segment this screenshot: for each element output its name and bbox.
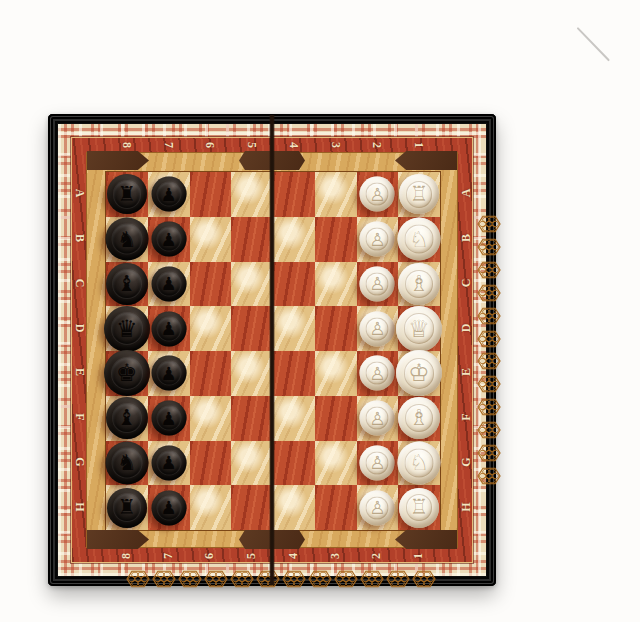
piece-white-rook-h1[interactable]: ♖ [399,488,439,528]
file-label-left-G: G [71,457,86,466]
rank-label-top-1: 1 [411,142,426,148]
piece-white-pawn-d2[interactable]: ♙ [360,311,395,346]
hexagon-rosette-icon [125,570,151,588]
square-h3[interactable] [315,485,357,530]
white-bishop-glyph-icon: ♗ [409,407,429,429]
hexagon-rosette-icon [307,570,333,588]
black-bishop-glyph-icon: ♝ [117,273,137,295]
piece-white-bishop-c1[interactable]: ♗ [398,263,440,305]
piece-black-pawn-h7[interactable]: ♟ [151,490,186,525]
square-a5[interactable] [231,172,273,217]
square-g5[interactable] [231,441,273,486]
piece-white-rook-a1[interactable]: ♖ [399,174,439,214]
rank-label-top-8: 8 [118,142,133,148]
hexagon-rosette-icon [476,215,502,233]
piece-black-pawn-a7[interactable]: ♟ [151,177,186,212]
square-h4[interactable] [273,485,315,530]
piece-black-knight-g8[interactable]: ♞ [105,441,148,484]
hexagon-rosette-icon [476,284,502,302]
piece-white-queen-d1[interactable]: ♕ [396,306,442,352]
piece-black-king-e8[interactable]: ♚ [104,350,150,396]
piece-black-bishop-c8[interactable]: ♝ [106,263,148,305]
white-pawn-glyph-icon: ♙ [369,499,385,517]
rank-label-bottom-3: 3 [327,553,342,559]
white-pawn-glyph-icon: ♙ [369,454,385,472]
piece-white-pawn-g2[interactable]: ♙ [360,445,395,480]
square-e6[interactable] [190,351,232,396]
piece-black-knight-b8[interactable]: ♞ [105,218,148,261]
hexagon-rosette-icon [151,570,177,588]
rank-label-bottom-5: 5 [244,553,259,559]
piece-black-pawn-d7[interactable]: ♟ [151,311,186,346]
white-pawn-glyph-icon: ♙ [369,230,385,248]
square-h6[interactable] [190,485,232,530]
rank-label-bottom-6: 6 [202,553,217,559]
corner-banner-ornament [87,530,149,549]
photo-background: ♜♞♝♛♚♝♞♜♟♟♟♟♟♟♟♟♙♙♙♙♙♙♙♙♖♘♗♕♔♗♘♖ 8765432… [0,0,640,622]
corner-banner-ornament [395,530,457,549]
file-label-left-C: C [71,279,86,288]
file-label-left-F: F [71,413,86,420]
piece-white-pawn-c2[interactable]: ♙ [360,266,395,301]
piece-white-knight-g1[interactable]: ♘ [398,441,441,484]
hexagon-rosette-icon [476,421,502,439]
hexagon-rosette-icon [476,238,502,256]
rank-label-top-2: 2 [369,142,384,148]
white-pawn-glyph-icon: ♙ [369,275,385,293]
chess-board: ♜♞♝♛♚♝♞♜♟♟♟♟♟♟♟♟♙♙♙♙♙♙♙♙♖♘♗♕♔♗♘♖ 8765432… [48,114,496,586]
square-f5[interactable] [231,396,273,441]
rank-label-top-5: 5 [244,142,259,148]
square-c4[interactable] [273,262,315,307]
piece-white-bishop-f1[interactable]: ♗ [398,397,440,439]
piece-black-rook-a8[interactable]: ♜ [107,174,147,214]
piece-white-pawn-h2[interactable]: ♙ [360,490,395,525]
black-rook-glyph-icon: ♜ [117,184,136,205]
square-b5[interactable] [231,217,273,262]
hexagon-rosette-icon [359,570,385,588]
file-label-right-G: G [458,457,473,466]
hexagon-rosette-icon [476,330,502,348]
file-label-left-H: H [71,502,86,511]
black-pawn-glyph-icon: ♟ [161,454,177,472]
square-b3[interactable] [315,217,357,262]
square-h5[interactable] [231,485,273,530]
white-knight-glyph-icon: ♘ [409,228,429,250]
board-fold-hinge [269,115,275,585]
piece-white-pawn-f2[interactable]: ♙ [360,401,395,436]
piece-black-pawn-g7[interactable]: ♟ [151,445,186,480]
rank-label-bottom-8: 8 [118,553,133,559]
piece-black-rook-h8[interactable]: ♜ [107,488,147,528]
piece-white-knight-b1[interactable]: ♘ [398,218,441,261]
square-f3[interactable] [315,396,357,441]
piece-black-queen-d8[interactable]: ♛ [104,306,150,352]
hexagon-rosette-icon [476,467,502,485]
piece-black-pawn-f7[interactable]: ♟ [151,401,186,436]
square-e3[interactable] [315,351,357,396]
square-a4[interactable] [273,172,315,217]
black-pawn-glyph-icon: ♟ [161,275,177,293]
white-rook-glyph-icon: ♖ [410,184,429,205]
square-c5[interactable] [231,262,273,307]
square-b6[interactable] [190,217,232,262]
white-pawn-glyph-icon: ♙ [369,320,385,338]
hexagon-rosette-icon [177,570,203,588]
black-pawn-glyph-icon: ♟ [161,364,177,382]
square-a3[interactable] [315,172,357,217]
square-c3[interactable] [315,262,357,307]
square-d3[interactable] [315,306,357,351]
hexagon-rosette-icon [281,570,307,588]
hexagon-rosette-icon [476,398,502,416]
rank-label-bottom-1: 1 [411,553,426,559]
piece-white-pawn-b2[interactable]: ♙ [360,222,395,257]
black-queen-glyph-icon: ♛ [116,317,138,341]
file-label-right-A: A [458,189,473,198]
hexagon-rosette-icon [476,444,502,462]
white-pawn-glyph-icon: ♙ [369,185,385,203]
white-bishop-glyph-icon: ♗ [409,273,429,295]
hexagon-rosette-icon [203,570,229,588]
square-e5[interactable] [231,351,273,396]
square-f4[interactable] [273,396,315,441]
rank-label-top-6: 6 [202,142,217,148]
file-label-left-D: D [71,323,86,332]
hexagon-rosette-icon [385,570,411,588]
black-pawn-glyph-icon: ♟ [161,320,177,338]
hexagon-rosette-icon [476,352,502,370]
background-scratch-artifact [577,27,610,61]
square-a6[interactable] [190,172,232,217]
piece-white-pawn-e2[interactable]: ♙ [360,356,395,391]
file-label-right-H: H [458,502,473,511]
rank-label-top-7: 7 [160,142,175,148]
white-king-glyph-icon: ♔ [408,361,430,385]
file-label-right-E: E [458,368,473,376]
white-queen-glyph-icon: ♕ [408,317,430,341]
piece-black-pawn-c7[interactable]: ♟ [151,266,186,301]
rank-label-bottom-2: 2 [369,553,384,559]
square-g4[interactable] [273,441,315,486]
black-pawn-glyph-icon: ♟ [161,185,177,203]
black-king-glyph-icon: ♚ [116,361,138,385]
square-g6[interactable] [190,441,232,486]
hexagon-rosette-icon [476,375,502,393]
rank-label-top-3: 3 [327,142,342,148]
square-f6[interactable] [190,396,232,441]
square-e4[interactable] [273,351,315,396]
piece-black-bishop-f8[interactable]: ♝ [106,397,148,439]
square-d4[interactable] [273,306,315,351]
square-b4[interactable] [273,217,315,262]
file-label-right-B: B [458,234,473,242]
white-pawn-glyph-icon: ♙ [369,409,385,427]
hexagon-rosette-icon [229,570,255,588]
file-label-right-D: D [458,323,473,332]
black-pawn-glyph-icon: ♟ [161,499,177,517]
piece-black-pawn-e7[interactable]: ♟ [151,356,186,391]
piece-black-pawn-b7[interactable]: ♟ [151,222,186,257]
rank-label-top-4: 4 [285,142,300,148]
file-label-left-B: B [71,234,86,242]
file-label-right-F: F [458,413,473,420]
black-bishop-glyph-icon: ♝ [117,407,137,429]
rank-label-bottom-4: 4 [285,553,300,559]
black-knight-glyph-icon: ♞ [117,228,137,250]
hexagon-rosette-icon [476,261,502,279]
square-d6[interactable] [190,306,232,351]
black-pawn-glyph-icon: ♟ [161,230,177,248]
hexagon-rosette-icon [333,570,359,588]
hexagon-rosette-icon [255,570,281,588]
white-knight-glyph-icon: ♘ [409,452,429,474]
rank-label-bottom-7: 7 [160,553,175,559]
hexagon-rosette-icon [411,570,437,588]
file-label-left-E: E [71,368,86,376]
hexagon-row-right [479,210,498,490]
square-d5[interactable] [231,306,273,351]
black-knight-glyph-icon: ♞ [117,452,137,474]
square-c6[interactable] [190,262,232,307]
white-pawn-glyph-icon: ♙ [369,364,385,382]
black-rook-glyph-icon: ♜ [117,497,136,518]
corner-banner-ornament [395,151,457,170]
piece-white-pawn-a2[interactable]: ♙ [360,177,395,212]
file-label-right-C: C [458,279,473,288]
hexagon-rosette-icon [476,307,502,325]
white-rook-glyph-icon: ♖ [410,497,429,518]
piece-white-king-e1[interactable]: ♔ [396,350,442,396]
corner-banner-ornament [87,151,149,170]
square-g3[interactable] [315,441,357,486]
black-pawn-glyph-icon: ♟ [161,409,177,427]
file-label-left-A: A [71,189,86,198]
